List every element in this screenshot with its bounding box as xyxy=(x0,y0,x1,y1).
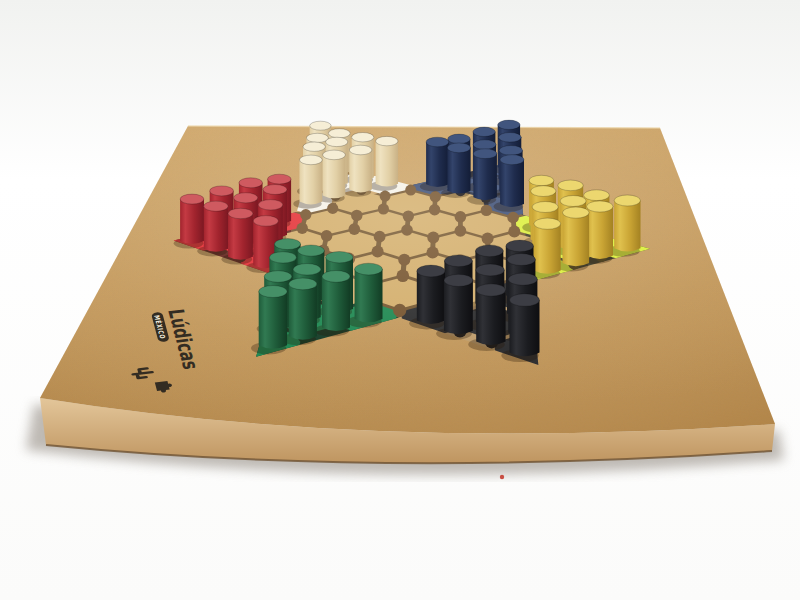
peg-top xyxy=(306,133,328,142)
hole[interactable] xyxy=(300,209,311,220)
peg-top xyxy=(558,180,583,191)
peg-top xyxy=(269,252,296,263)
peg-top xyxy=(355,263,383,275)
peg-body xyxy=(322,276,350,331)
peg-top xyxy=(228,208,253,218)
peg-top xyxy=(263,185,287,195)
hole[interactable] xyxy=(349,223,361,235)
hole[interactable] xyxy=(397,270,410,283)
peg-body xyxy=(587,207,613,259)
peg-top xyxy=(500,155,524,165)
peg-body xyxy=(444,280,473,334)
peg-top xyxy=(534,218,561,229)
peg-top xyxy=(322,271,350,283)
hole[interactable] xyxy=(372,246,384,258)
peg-body xyxy=(259,292,287,349)
peg-top xyxy=(258,200,283,210)
peg-top xyxy=(508,273,537,285)
peg-top xyxy=(274,239,300,250)
peg-top xyxy=(426,137,449,147)
hole[interactable] xyxy=(482,233,494,245)
peg-body xyxy=(426,142,449,187)
peg-top xyxy=(352,133,374,142)
peg-body xyxy=(417,271,445,324)
hole[interactable] xyxy=(378,203,389,214)
peg-body xyxy=(180,199,204,244)
hole[interactable] xyxy=(351,210,362,221)
peg-body xyxy=(500,160,524,207)
peg-top xyxy=(268,174,292,184)
peg-body xyxy=(476,290,505,345)
chinese-checkers-photo: LúdicasMÉXICO xyxy=(0,0,800,600)
peg-top xyxy=(560,196,586,207)
hole[interactable] xyxy=(297,223,308,234)
peg-body xyxy=(563,213,590,267)
peg-top xyxy=(476,264,505,276)
hole[interactable] xyxy=(398,254,410,266)
peg-top xyxy=(239,178,263,188)
peg-top xyxy=(210,186,234,196)
peg-body xyxy=(355,269,383,322)
peg-top xyxy=(499,133,522,143)
peg-top xyxy=(326,137,348,146)
peg-body xyxy=(300,160,323,205)
hole[interactable] xyxy=(508,226,520,238)
peg-top xyxy=(473,140,496,150)
peg-top xyxy=(498,120,520,129)
peg-body xyxy=(289,284,317,340)
peg-top xyxy=(376,136,398,145)
peg-body xyxy=(534,224,561,274)
hole[interactable] xyxy=(321,230,333,242)
hole[interactable] xyxy=(380,191,391,202)
peg-top xyxy=(584,190,610,201)
peg-top xyxy=(259,286,287,298)
hole[interactable] xyxy=(403,210,414,221)
peg-body xyxy=(323,155,346,198)
hole[interactable] xyxy=(455,225,467,237)
peg-top xyxy=(476,284,505,296)
peg-top xyxy=(326,252,353,263)
peg-top xyxy=(300,155,323,165)
hole[interactable] xyxy=(327,203,338,214)
peg-top xyxy=(289,278,317,290)
peg-top xyxy=(473,149,497,159)
peg-top xyxy=(253,216,278,227)
hole[interactable] xyxy=(427,246,439,258)
peg-top xyxy=(510,294,540,307)
peg-top xyxy=(529,175,554,185)
peg-top xyxy=(531,186,556,197)
peg-top xyxy=(473,127,495,136)
peg-top xyxy=(417,265,445,277)
hole[interactable] xyxy=(401,224,413,236)
peg-top xyxy=(323,150,346,160)
peg-body xyxy=(349,150,372,192)
peg-body xyxy=(376,141,399,186)
peg-top xyxy=(264,271,292,283)
peg-top xyxy=(532,202,558,213)
hole[interactable] xyxy=(481,205,492,216)
peg-top xyxy=(447,143,470,153)
peg-body xyxy=(510,300,540,356)
peg-top xyxy=(349,145,372,155)
hole[interactable] xyxy=(393,304,406,317)
peg-top xyxy=(506,240,534,252)
peg-body xyxy=(473,154,497,201)
peg-top xyxy=(444,255,472,267)
peg-body xyxy=(447,148,470,194)
peg-top xyxy=(587,201,613,212)
peg-top xyxy=(563,207,590,218)
peg-body xyxy=(228,214,253,260)
peg-top xyxy=(293,264,321,276)
peg-top xyxy=(310,121,331,130)
peg-top xyxy=(614,195,640,206)
photo-artifact-speck xyxy=(500,475,504,479)
peg-top xyxy=(499,146,522,156)
peg-top xyxy=(298,245,325,256)
hole[interactable] xyxy=(427,232,439,244)
hole[interactable] xyxy=(429,204,440,215)
hole[interactable] xyxy=(507,212,519,224)
peg-top xyxy=(476,245,504,257)
hole[interactable] xyxy=(455,211,467,223)
peg-top xyxy=(180,194,204,204)
peg-top xyxy=(234,193,258,203)
peg-body xyxy=(204,206,228,252)
peg-top xyxy=(448,134,471,144)
hole[interactable] xyxy=(374,231,386,243)
peg-top xyxy=(204,201,228,211)
hole[interactable] xyxy=(430,191,441,202)
peg-top xyxy=(303,142,325,151)
peg-top xyxy=(507,254,535,266)
peg-top xyxy=(328,129,350,138)
peg-top xyxy=(444,274,473,286)
hole[interactable] xyxy=(405,185,416,196)
peg-body xyxy=(614,201,640,252)
